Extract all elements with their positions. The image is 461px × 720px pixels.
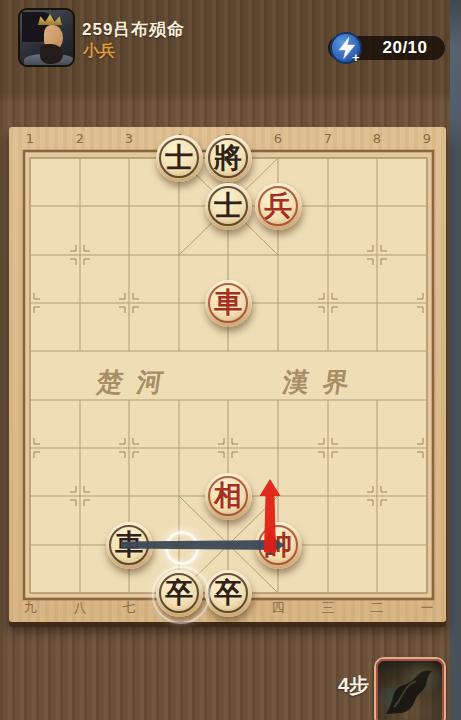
xiangqi-board[interactable]: 123456789 九八七六五四三二一 楚河 漢界 士將士兵車相車帥卒卒: [9, 127, 446, 622]
file-label-top-1: 1: [26, 131, 34, 146]
file-label-top-2: 2: [76, 131, 84, 146]
file-label-bottom-9: 一: [421, 599, 434, 617]
piece-卒-5-10[interactable]: 卒: [205, 570, 252, 617]
river-label-left: 楚河: [95, 365, 180, 400]
energy-badge[interactable]: + 20/10: [328, 36, 445, 60]
piece-車-5-4[interactable]: 車: [205, 280, 252, 327]
side-panel-edge: [450, 0, 461, 720]
file-label-top-8: 8: [373, 131, 381, 146]
file-label-top-7: 7: [324, 131, 332, 146]
game-screen: 259吕布殒命 小兵 + 20/10 123456789 九八七六五四三二一 楚…: [0, 0, 461, 720]
file-label-bottom-1: 九: [24, 599, 37, 617]
player-avatar[interactable]: [18, 8, 75, 67]
avatar-beard: [40, 44, 63, 64]
piece-士-4-1[interactable]: 士: [156, 135, 203, 182]
river-label: 楚河 漢界: [9, 365, 446, 399]
file-label-bottom-8: 二: [371, 599, 384, 617]
piece-兵-6-2[interactable]: 兵: [255, 183, 302, 230]
file-label-bottom-3: 七: [123, 599, 136, 617]
river-label-right: 漢界: [281, 365, 366, 400]
piece-相-5-8[interactable]: 相: [205, 473, 252, 520]
move-count: 4步: [338, 672, 369, 699]
piece-車-3-9[interactable]: 車: [106, 522, 153, 569]
piece-士-5-2[interactable]: 士: [205, 183, 252, 230]
file-label-bottom-2: 八: [74, 599, 87, 617]
piece-將-5-1[interactable]: 將: [205, 135, 252, 182]
file-label-bottom-7: 三: [322, 599, 335, 617]
file-label-top-6: 6: [274, 131, 282, 146]
file-label-top-9: 9: [423, 131, 431, 146]
character-card-thumbnail[interactable]: [374, 657, 446, 720]
file-label-top-3: 3: [125, 131, 133, 146]
piece-卒-4-10[interactable]: 卒: [156, 570, 203, 617]
file-label-bottom-6: 四: [272, 599, 285, 617]
player-rank: 小兵: [83, 41, 115, 62]
energy-count: 20/10: [368, 36, 442, 60]
energy-plus-sign: +: [352, 50, 360, 65]
level-title: 259吕布殒命: [82, 18, 185, 41]
piece-帥-6-9[interactable]: 帥: [255, 522, 302, 569]
